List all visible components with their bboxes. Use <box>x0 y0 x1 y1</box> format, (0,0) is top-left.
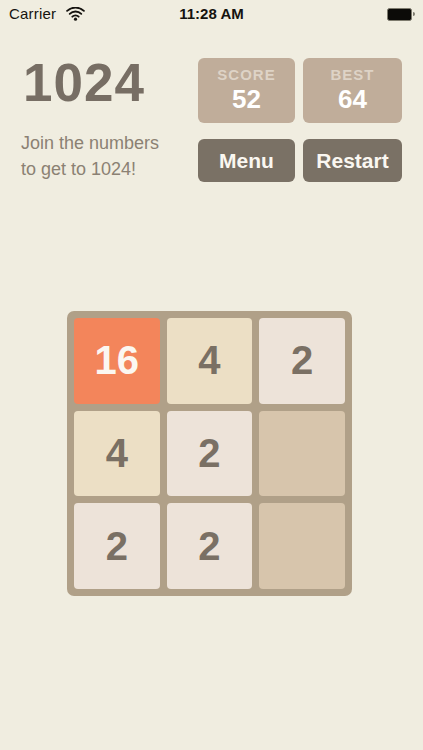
page-title: 1024 <box>23 56 145 109</box>
menu-button[interactable]: Menu <box>198 139 295 182</box>
score-box: SCORE 52 <box>198 58 295 123</box>
score-value: 52 <box>232 84 261 115</box>
best-label: BEST <box>330 66 374 83</box>
tile-r2c0: 2 <box>74 503 160 589</box>
tile-r2c1: 2 <box>167 503 253 589</box>
instructions-line1: Join the numbers <box>21 133 159 153</box>
tile-r0c1: 4 <box>167 318 253 404</box>
tile-r0c2: 2 <box>259 318 345 404</box>
best-value: 64 <box>338 84 367 115</box>
tile-r1c2 <box>259 411 345 497</box>
tile-r2c2 <box>259 503 345 589</box>
best-box: BEST 64 <box>303 58 402 123</box>
status-time: 11:28 AM <box>0 5 423 22</box>
instructions-line2: to get to 1024! <box>21 159 136 179</box>
status-bar: Carrier 11:28 AM <box>0 0 423 28</box>
restart-button[interactable]: Restart <box>303 139 402 182</box>
tile-r0c0: 16 <box>74 318 160 404</box>
tile-r1c1: 2 <box>167 411 253 497</box>
battery-icon <box>387 8 412 21</box>
tile-r1c0: 4 <box>74 411 160 497</box>
game-board[interactable]: 16 4 2 4 2 2 2 <box>67 311 352 596</box>
score-label: SCORE <box>217 66 275 83</box>
game-instructions: Join the numbers to get to 1024! <box>21 130 159 182</box>
